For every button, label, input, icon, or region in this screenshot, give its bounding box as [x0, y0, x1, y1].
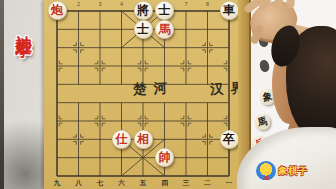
edge-piece	[258, 34, 270, 48]
piece-black: 士	[155, 1, 174, 20]
presenter-hair-fringe	[267, 22, 305, 70]
rank-label: 八	[73, 179, 85, 188]
watermark-text: 象棋子	[278, 165, 308, 178]
rank-label: 三	[180, 179, 192, 188]
presenter-neck	[288, 116, 324, 152]
tray-piece-black: 馬	[253, 112, 272, 131]
presenter-finger	[273, 0, 285, 9]
piece-character: 帥	[159, 148, 171, 167]
tray-piece-red: 兵	[250, 134, 269, 153]
pieces-grid: 炮將士車士馬仕相卒帥	[46, 2, 240, 185]
rank-label: 七	[94, 179, 106, 188]
piece-character: 炮	[51, 1, 63, 20]
piece-character: 相	[137, 130, 149, 149]
piece-character: 車	[223, 1, 235, 20]
piece-character: 象	[261, 88, 274, 106]
piece-character: 馬	[159, 20, 171, 39]
rank-label: 九	[51, 179, 63, 188]
tray-piece-black: 象	[258, 87, 277, 106]
edge-piece	[259, 59, 271, 73]
piece-character: 仕	[116, 130, 128, 149]
video-frame: 神之妙手 123456789 楚河 汉界 炮將士車士馬仕相卒帥 九八七六五四三二…	[0, 0, 336, 189]
presenter-finger	[258, 0, 274, 11]
piece-red: 炮	[48, 1, 67, 20]
piece-character: 馬	[256, 113, 269, 131]
piece-black: 士	[134, 20, 153, 39]
piece-character: 兵	[253, 135, 266, 153]
xiangqi-board: 123456789 楚河 汉界 炮將士車士馬仕相卒帥 九八七六五四三二一	[44, 0, 251, 189]
presenter-finger	[286, 0, 295, 8]
rank-label: 二	[202, 179, 214, 188]
watermark-logo-icon	[256, 161, 276, 181]
piece-character: 將	[137, 1, 149, 20]
rank-label: 五	[137, 179, 149, 188]
piece-character: 士	[137, 20, 149, 39]
piece-red: 馬	[155, 20, 174, 39]
rank-label: 一	[223, 179, 235, 188]
piece-red: 帥	[155, 148, 174, 167]
presenter-hand	[245, 0, 302, 46]
presenter-hair	[286, 26, 336, 140]
rank-label: 六	[116, 179, 128, 188]
rank-label: 四	[159, 179, 171, 188]
piece-red: 相	[134, 130, 153, 149]
title-overlay: 神之妙手	[13, 21, 35, 29]
piece-black: 將	[134, 1, 153, 20]
piece-character: 士	[159, 1, 171, 20]
piece-red: 仕	[112, 130, 131, 149]
presenter-face	[272, 50, 302, 124]
channel-watermark: 象棋子	[256, 161, 308, 181]
piece-black: 車	[220, 1, 239, 20]
piece-black: 卒	[220, 130, 239, 149]
piece-character: 卒	[223, 130, 235, 149]
